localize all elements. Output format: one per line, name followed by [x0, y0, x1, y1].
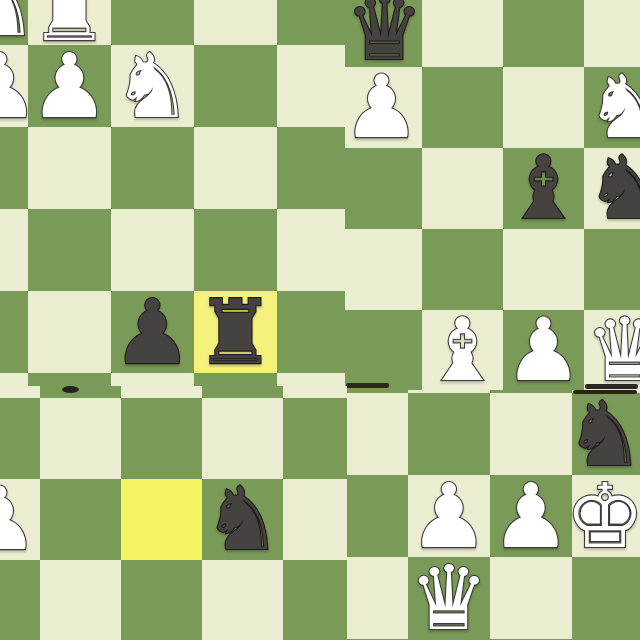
board-square[interactable]: [111, 209, 194, 291]
piece-white-queen[interactable]: ♛: [408, 557, 490, 639]
piece-white-pawn[interactable]: ♟: [408, 475, 490, 557]
board-square[interactable]: [0, 373, 28, 386]
board-square[interactable]: [40, 386, 121, 398]
board-square[interactable]: [202, 386, 283, 398]
board-square[interactable]: [40, 479, 121, 560]
board-square[interactable]: [121, 386, 202, 398]
board-square[interactable]: [194, 127, 277, 209]
board-square[interactable]: [0, 127, 28, 209]
board-square[interactable]: [347, 557, 408, 639]
piece-white-pawn[interactable]: ♟: [28, 45, 111, 127]
piece-white-knight[interactable]: ♞: [584, 67, 640, 148]
board-square[interactable]: [194, 0, 277, 45]
board-square[interactable]: [0, 386, 40, 398]
board-square[interactable]: [283, 560, 347, 640]
board-square[interactable]: [422, 229, 503, 310]
board-square[interactable]: [0, 209, 28, 291]
board-square[interactable]: [490, 393, 572, 475]
board-square[interactable]: [111, 127, 194, 209]
board-square[interactable]: [121, 560, 202, 640]
board-square[interactable]: [283, 479, 347, 560]
board-quadrant-bottom-left: ♟♞: [0, 386, 347, 640]
board-square[interactable]: [347, 475, 408, 557]
board-square[interactable]: [202, 560, 283, 640]
piece-black-knight[interactable]: ♞: [584, 148, 640, 229]
chess-boards-collage: ♞♜♟♟♞♟♜♛♟♞♝♞♝♟♛♟♞♞♟♟♚♛: [0, 0, 640, 640]
piece-white-queen[interactable]: ♛: [584, 310, 640, 390]
board-square[interactable]: [194, 45, 277, 127]
board-square[interactable]: [345, 229, 422, 310]
board-square[interactable]: [408, 393, 490, 475]
board-square[interactable]: [422, 67, 503, 148]
piece-black-rook[interactable]: ♜: [194, 291, 277, 373]
board-square[interactable]: [28, 373, 111, 386]
board-square[interactable]: [572, 557, 640, 639]
board-square[interactable]: [277, 209, 345, 291]
board-square[interactable]: [503, 229, 584, 310]
board-square[interactable]: [422, 0, 503, 67]
board-square[interactable]: [283, 386, 347, 398]
board-quadrant-top-right: ♛♟♞♝♞♝♟♛: [345, 0, 640, 390]
partial-piece-fragment: [573, 390, 637, 394]
board-square[interactable]: [503, 67, 584, 148]
board-square[interactable]: [121, 398, 202, 479]
piece-white-pawn[interactable]: ♟: [0, 479, 40, 560]
board-square[interactable]: [40, 560, 121, 640]
board-square[interactable]: [121, 479, 202, 560]
piece-black-knight[interactable]: ♞: [202, 479, 283, 560]
board-square[interactable]: [40, 398, 121, 479]
board-square[interactable]: [28, 291, 111, 373]
piece-white-knight[interactable]: ♞: [111, 45, 194, 127]
piece-white-king[interactable]: ♚: [564, 475, 640, 557]
piece-white-pawn[interactable]: ♟: [503, 310, 584, 390]
board-square[interactable]: [0, 291, 28, 373]
board-quadrant-top-left: ♞♜♟♟♞♟♜: [0, 0, 345, 386]
board-square[interactable]: [194, 209, 277, 291]
partial-piece-fragment: [62, 386, 79, 393]
board-square[interactable]: [277, 0, 345, 45]
board-square[interactable]: [345, 148, 422, 229]
board-square[interactable]: [28, 127, 111, 209]
board-square[interactable]: [283, 398, 347, 479]
partial-piece-fragment: [346, 383, 389, 388]
board-square[interactable]: [277, 291, 345, 373]
board-square[interactable]: [0, 560, 40, 640]
piece-white-pawn[interactable]: ♟: [345, 67, 422, 148]
piece-white-pawn[interactable]: ♟: [490, 475, 572, 557]
board-square[interactable]: [345, 310, 422, 390]
partial-piece-fragment: [585, 384, 638, 389]
piece-black-bishop[interactable]: ♝: [503, 148, 584, 229]
piece-black-pawn[interactable]: ♟: [111, 291, 194, 373]
board-square[interactable]: [503, 0, 584, 67]
board-square[interactable]: [202, 398, 283, 479]
board-square[interactable]: [490, 557, 572, 639]
board-quadrant-bottom-right: ♞♟♟♚♛: [347, 390, 640, 640]
board-square[interactable]: [584, 229, 640, 310]
board-square[interactable]: [0, 398, 40, 479]
piece-white-bishop[interactable]: ♝: [422, 310, 503, 390]
board-square[interactable]: [277, 45, 345, 127]
board-square[interactable]: [347, 393, 408, 475]
board-square[interactable]: [28, 209, 111, 291]
board-square[interactable]: [277, 373, 345, 386]
board-square[interactable]: [277, 127, 345, 209]
piece-black-knight[interactable]: ♞: [564, 393, 640, 475]
board-square[interactable]: [422, 148, 503, 229]
